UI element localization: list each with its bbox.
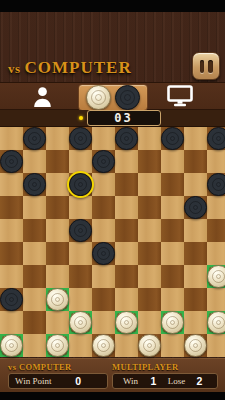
square-r9c6[interactable] [115,311,138,334]
square-r4c2[interactable] [23,196,46,219]
square-r5c2[interactable] [23,219,46,242]
square-r9c8[interactable] [161,311,184,334]
square-r1c5[interactable] [92,127,115,150]
square-r3c10[interactable] [207,173,225,196]
square-r3c5[interactable] [92,173,115,196]
stats-footer: vs COMPUTER Win Point 0 MULTIPLAYER Win … [0,358,225,392]
white-piece-r10c7[interactable] [138,334,161,357]
square-r9c5[interactable] [92,311,115,334]
square-r4c1[interactable] [0,196,23,219]
square-r7c5[interactable] [92,265,115,288]
dark-piece-r2c5[interactable] [92,150,115,173]
square-r6c5[interactable] [92,242,115,265]
square-r8c8[interactable] [161,288,184,311]
win-label: Win [119,376,142,386]
dark-piece-r6c5[interactable] [92,242,115,265]
square-r9c4[interactable] [69,311,92,334]
square-r5c9[interactable] [184,219,207,242]
square-r5c7[interactable] [138,219,161,242]
square-r2c3[interactable] [46,150,69,173]
square-r2c7[interactable] [138,150,161,173]
white-piece-r10c1[interactable] [0,334,23,357]
square-r3c2[interactable] [23,173,46,196]
square-r4c4[interactable] [69,196,92,219]
square-r6c4[interactable] [69,242,92,265]
dark-piece-r3c2[interactable] [23,173,46,196]
square-r10c10[interactable] [207,334,225,357]
bottom-black-bar [0,392,225,400]
win-value: 1 [142,375,165,387]
square-r10c8[interactable] [161,334,184,357]
square-r2c6[interactable] [115,150,138,173]
players-band [0,82,225,110]
square-r8c3[interactable] [46,288,69,311]
square-r6c7[interactable] [138,242,161,265]
dark-piece-r1c8[interactable] [161,127,184,150]
square-r7c8[interactable] [161,265,184,288]
lose-label: Lose [165,376,188,386]
dark-piece-r8c1[interactable] [0,288,23,311]
page-title: vs COMPUTER [8,59,132,82]
win-lose-box: Win 1 Lose 2 [112,373,218,389]
square-r4c3[interactable] [46,196,69,219]
square-r1c7[interactable] [138,127,161,150]
square-r5c6[interactable] [115,219,138,242]
square-r5c8[interactable] [161,219,184,242]
square-r3c6[interactable] [115,173,138,196]
board [0,127,225,352]
square-r1c6[interactable] [115,127,138,150]
square-r10c2[interactable] [23,334,46,357]
square-r8c5[interactable] [92,288,115,311]
white-piece-r7c10[interactable] [207,265,225,288]
pieces-panel [78,84,148,111]
square-r7c9[interactable] [184,265,207,288]
dark-piece-r3c10[interactable] [207,173,225,196]
square-r4c10[interactable] [207,196,225,219]
dark-piece-r1c2[interactable] [23,127,46,150]
tab-vs-computer[interactable]: vs COMPUTER [8,361,108,373]
square-r10c5[interactable] [92,334,115,357]
square-r3c8[interactable] [161,173,184,196]
pause-icon [200,60,205,73]
square-r1c1[interactable] [0,127,23,150]
person-icon [32,85,53,108]
square-r7c3[interactable] [46,265,69,288]
white-piece-r9c10[interactable] [207,311,225,334]
win-point-value: 0 [75,375,81,387]
square-r3c7[interactable] [138,173,161,196]
white-piece-r9c8[interactable] [161,311,184,334]
square-r6c6[interactable] [115,242,138,265]
dark-piece-r5c4[interactable] [69,219,92,242]
square-r8c9[interactable] [184,288,207,311]
square-r7c4[interactable] [69,265,92,288]
square-r3c1[interactable] [0,173,23,196]
square-r8c7[interactable] [138,288,161,311]
lose-value: 2 [188,375,211,387]
white-piece-r9c6[interactable] [115,311,138,334]
title-vs: vs [8,61,21,76]
computer-monitor-icon [167,85,193,107]
pause-icon [208,60,213,73]
square-r5c1[interactable] [0,219,23,242]
square-r3c9[interactable] [184,173,207,196]
square-r4c8[interactable] [161,196,184,219]
win-point-label: Win Point [15,376,51,386]
square-r9c9[interactable] [184,311,207,334]
square-r9c3[interactable] [46,311,69,334]
square-r3c3[interactable] [46,173,69,196]
square-r8c2[interactable] [23,288,46,311]
square-r7c10[interactable] [207,265,225,288]
square-r5c3[interactable] [46,219,69,242]
dark-piece-r1c4[interactable] [69,127,92,150]
dark-checker-icon [115,85,140,110]
dark-piece-r1c6[interactable] [115,127,138,150]
white-piece-r9c4[interactable] [69,311,92,334]
square-r1c3[interactable] [46,127,69,150]
square-r10c6[interactable] [115,334,138,357]
move-counter: 03 [87,110,161,126]
square-r8c10[interactable] [207,288,225,311]
square-r6c10[interactable] [207,242,225,265]
status-bar [0,0,225,12]
pause-button[interactable] [192,52,220,80]
white-piece-r10c5[interactable] [92,334,115,357]
white-checker-icon [86,85,111,110]
tab-multiplayer[interactable]: MULTIPLAYER [112,361,218,373]
square-r6c2[interactable] [23,242,46,265]
square-r4c5[interactable] [92,196,115,219]
app-screen: vs COMPUTER 03 [0,0,225,400]
square-r8c1[interactable] [0,288,23,311]
square-r1c4[interactable] [69,127,92,150]
square-r1c2[interactable] [23,127,46,150]
square-r2c1[interactable] [0,150,23,173]
square-r6c8[interactable] [161,242,184,265]
white-piece-r10c3[interactable] [46,334,69,357]
square-r7c1[interactable] [0,265,23,288]
square-r2c10[interactable] [207,150,225,173]
square-r6c3[interactable] [46,242,69,265]
move-counter-strip: 03 [0,110,225,127]
square-r10c9[interactable] [184,334,207,357]
square-r7c7[interactable] [138,265,161,288]
square-r10c3[interactable] [46,334,69,357]
white-piece-r10c9[interactable] [184,334,207,357]
dark-piece-r4c9[interactable] [184,196,207,219]
square-r4c6[interactable] [115,196,138,219]
square-r7c6[interactable] [115,265,138,288]
square-r9c1[interactable] [0,311,23,334]
square-r4c9[interactable] [184,196,207,219]
square-r5c5[interactable] [92,219,115,242]
square-r6c1[interactable] [0,242,23,265]
square-r2c9[interactable] [184,150,207,173]
square-r2c2[interactable] [23,150,46,173]
square-r8c4[interactable] [69,288,92,311]
square-r6c9[interactable] [184,242,207,265]
dark-piece-r2c1[interactable] [0,150,23,173]
header: vs COMPUTER [0,12,225,82]
square-r3c4[interactable] [69,173,92,196]
square-r9c2[interactable] [23,311,46,334]
dark-piece-r3c4[interactable] [69,173,92,196]
square-r4c7[interactable] [138,196,161,219]
square-r9c10[interactable] [207,311,225,334]
square-r2c4[interactable] [69,150,92,173]
dark-piece-r1c10[interactable] [207,127,225,150]
square-r9c7[interactable] [138,311,161,334]
square-r2c5[interactable] [92,150,115,173]
square-r1c8[interactable] [161,127,184,150]
square-r10c7[interactable] [138,334,161,357]
square-r10c1[interactable] [0,334,23,357]
white-piece-r8c3[interactable] [46,288,69,311]
square-r5c4[interactable] [69,219,92,242]
square-r1c9[interactable] [184,127,207,150]
square-r8c6[interactable] [115,288,138,311]
title-main: COMPUTER [25,58,132,77]
yellow-led-icon [79,116,83,120]
square-r2c8[interactable] [161,150,184,173]
square-r5c10[interactable] [207,219,225,242]
counter-value: 03 [114,112,132,124]
square-r1c10[interactable] [207,127,225,150]
square-r7c2[interactable] [23,265,46,288]
win-point-box: Win Point 0 [8,373,108,389]
square-r10c4[interactable] [69,334,92,357]
